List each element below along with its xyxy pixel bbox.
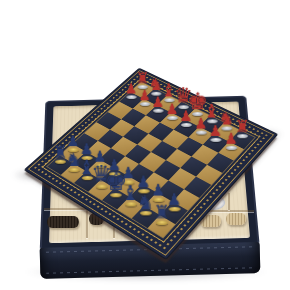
dark-checkers-stack-long <box>47 216 79 228</box>
stitch-line <box>46 267 254 273</box>
light-checkers-stack-b <box>226 213 246 225</box>
board-corner-shadow <box>250 128 284 141</box>
board-corner-shadow <box>12 168 46 182</box>
tray-divider <box>86 210 88 238</box>
product-photo: ♜♞♝♛♚♝♞♜♟♟♟♟♟♟♟♟♟♟♟♟♟♟♟♟♜♞♝♛♚♝♞♜ <box>0 0 290 290</box>
tray-divider <box>228 193 230 210</box>
